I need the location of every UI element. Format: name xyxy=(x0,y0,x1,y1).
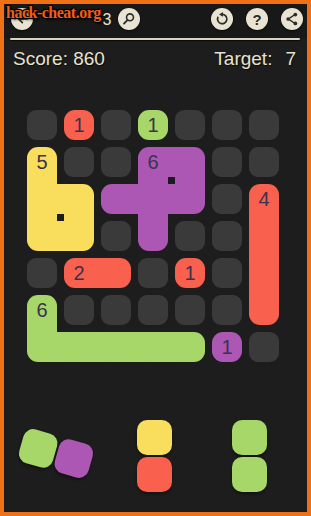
piece-green-cell xyxy=(175,332,205,362)
piece-label: 5 xyxy=(27,147,57,177)
board-cell-empty xyxy=(101,295,131,325)
board-cell-empty xyxy=(101,110,131,140)
tray-cell-green xyxy=(232,457,267,492)
piece-red-cell xyxy=(249,295,279,325)
board-cell-empty xyxy=(212,147,242,177)
board-cell-empty xyxy=(64,295,94,325)
tray-piece-green-purple[interactable] xyxy=(17,427,96,480)
tray-piece-green-green[interactable] xyxy=(232,420,267,492)
undo-icon xyxy=(214,11,230,27)
target-label: Target: xyxy=(214,48,272,70)
share-icon xyxy=(284,11,300,27)
board-cell-empty xyxy=(212,258,242,288)
piece-label: 2 xyxy=(64,258,94,288)
target-text: Target: 7 xyxy=(214,48,296,70)
search-button[interactable] xyxy=(118,8,140,30)
help-button[interactable]: ? xyxy=(246,8,268,30)
piece-label: 1 xyxy=(175,258,205,288)
board-cell-empty xyxy=(249,110,279,140)
piece-purple-cell xyxy=(175,184,205,214)
board-cell-empty xyxy=(101,147,131,177)
board[interactable]: 115642161 xyxy=(27,110,279,362)
tray-cell-yellow xyxy=(137,420,172,455)
piece-purple-cell xyxy=(138,221,168,251)
search-icon xyxy=(121,11,137,27)
board-cell-empty xyxy=(212,184,242,214)
piece-label: 1 xyxy=(138,110,168,140)
piece-label: 4 xyxy=(249,184,279,214)
undo-button[interactable] xyxy=(211,8,233,30)
board-cell-empty xyxy=(175,295,205,325)
piece-label: 1 xyxy=(64,110,94,140)
board-cell-empty xyxy=(175,221,205,251)
score-value: 860 xyxy=(73,48,105,69)
tray-piece-yellow-red[interactable] xyxy=(137,420,172,492)
board-cell-empty xyxy=(175,110,205,140)
board-cell-empty xyxy=(212,110,242,140)
board-cell-empty xyxy=(138,295,168,325)
board-cell-empty xyxy=(249,147,279,177)
tray-cell-red xyxy=(137,457,172,492)
tray-cell-purple xyxy=(52,437,95,480)
score-label: Score: xyxy=(13,48,68,69)
board-cell-empty xyxy=(27,258,57,288)
target-value: 7 xyxy=(285,48,296,70)
watermark: hack-cheat.org xyxy=(6,4,101,22)
board-cell-empty xyxy=(64,147,94,177)
piece-label: 6 xyxy=(27,295,57,325)
piece-label: 6 xyxy=(138,147,168,177)
board-cell-empty xyxy=(138,258,168,288)
board-cell-empty xyxy=(212,221,242,251)
share-button[interactable] xyxy=(281,8,303,30)
tray-cell-green xyxy=(232,420,267,455)
board-cell-empty xyxy=(212,295,242,325)
board-cell-empty xyxy=(27,110,57,140)
piece-red-cell xyxy=(101,258,131,288)
piece-label: 1 xyxy=(212,332,242,362)
board-cell-empty xyxy=(101,221,131,251)
piece-yellow-cell xyxy=(64,221,94,251)
score-text: Score: 860 xyxy=(13,48,105,70)
app-frame: 3 ? hack-cheat.org Score: 860 Target: xyxy=(0,0,311,516)
help-icon: ? xyxy=(252,12,261,27)
toolbar-separator xyxy=(10,38,300,40)
board-cell-empty xyxy=(249,332,279,362)
score-bar: Score: 860 Target: 7 xyxy=(4,46,307,72)
